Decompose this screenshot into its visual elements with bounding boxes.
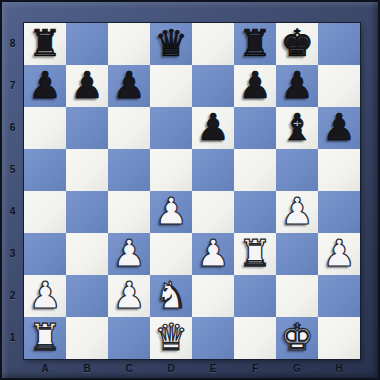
piece-black-pawn: ♟ [28, 65, 61, 107]
square-f7[interactable]: ♟ [234, 65, 276, 107]
piece-white-pawn: ♟ [112, 275, 145, 317]
piece-black-pawn: ♟ [196, 107, 229, 149]
square-d3[interactable] [150, 233, 192, 275]
square-g3[interactable] [276, 233, 318, 275]
square-g1[interactable]: ♚ [276, 317, 318, 359]
piece-black-queen: ♛ [154, 23, 187, 65]
square-a3[interactable] [24, 233, 66, 275]
square-f8[interactable]: ♜ [234, 23, 276, 65]
square-g6[interactable]: ♝ [276, 107, 318, 149]
square-e4[interactable] [192, 191, 234, 233]
square-d1[interactable]: ♛ [150, 317, 192, 359]
rank-label-3: 3 [2, 233, 23, 275]
chess-board: ♜♛♜♚♟♟♟♟♟♟♝♟♟♟♟♟♜♟♟♟♞♜♛♚ [24, 23, 360, 359]
square-b2[interactable] [66, 275, 108, 317]
square-d2[interactable]: ♞ [150, 275, 192, 317]
square-h2[interactable] [318, 275, 360, 317]
square-c2[interactable]: ♟ [108, 275, 150, 317]
rank-label-2: 2 [2, 275, 23, 317]
rank-label-1: 1 [2, 317, 23, 359]
square-a1[interactable]: ♜ [24, 317, 66, 359]
square-g4[interactable]: ♟ [276, 191, 318, 233]
square-d7[interactable] [150, 65, 192, 107]
square-d5[interactable] [150, 149, 192, 191]
square-a4[interactable] [24, 191, 66, 233]
piece-black-rook: ♜ [238, 23, 271, 65]
square-a7[interactable]: ♟ [24, 65, 66, 107]
rank-label-7: 7 [2, 65, 23, 107]
piece-black-pawn: ♟ [322, 107, 355, 149]
square-g7[interactable]: ♟ [276, 65, 318, 107]
piece-black-bishop: ♝ [280, 107, 313, 149]
rank-label-5: 5 [2, 149, 23, 191]
square-e5[interactable] [192, 149, 234, 191]
square-b8[interactable] [66, 23, 108, 65]
square-c5[interactable] [108, 149, 150, 191]
square-h8[interactable] [318, 23, 360, 65]
piece-white-rook: ♜ [28, 317, 61, 359]
board-frame: ♜♛♜♚♟♟♟♟♟♟♝♟♟♟♟♟♜♟♟♟♞♜♛♚ 87654321 ABCDEF… [0, 0, 380, 380]
file-label-c: C [108, 360, 150, 378]
piece-black-pawn: ♟ [70, 65, 103, 107]
piece-white-rook: ♜ [238, 233, 271, 275]
square-b6[interactable] [66, 107, 108, 149]
square-e6[interactable]: ♟ [192, 107, 234, 149]
square-f4[interactable] [234, 191, 276, 233]
square-c4[interactable] [108, 191, 150, 233]
square-b3[interactable] [66, 233, 108, 275]
piece-white-pawn: ♟ [280, 191, 313, 233]
square-f5[interactable] [234, 149, 276, 191]
file-label-b: B [66, 360, 108, 378]
square-a8[interactable]: ♜ [24, 23, 66, 65]
square-a6[interactable] [24, 107, 66, 149]
square-f1[interactable] [234, 317, 276, 359]
square-f6[interactable] [234, 107, 276, 149]
piece-white-pawn: ♟ [28, 275, 61, 317]
square-h3[interactable]: ♟ [318, 233, 360, 275]
square-b7[interactable]: ♟ [66, 65, 108, 107]
piece-white-king: ♚ [280, 317, 313, 359]
square-h5[interactable] [318, 149, 360, 191]
square-b1[interactable] [66, 317, 108, 359]
square-g2[interactable] [276, 275, 318, 317]
piece-black-king: ♚ [280, 23, 313, 65]
square-d8[interactable]: ♛ [150, 23, 192, 65]
square-g5[interactable] [276, 149, 318, 191]
square-a5[interactable] [24, 149, 66, 191]
piece-white-pawn: ♟ [196, 233, 229, 275]
piece-black-pawn: ♟ [280, 65, 313, 107]
piece-black-rook: ♜ [28, 23, 61, 65]
square-f2[interactable] [234, 275, 276, 317]
square-c1[interactable] [108, 317, 150, 359]
file-label-d: D [150, 360, 192, 378]
piece-white-queen: ♛ [154, 317, 187, 359]
square-h4[interactable] [318, 191, 360, 233]
square-f3[interactable]: ♜ [234, 233, 276, 275]
square-c8[interactable] [108, 23, 150, 65]
chess-position-screenshot: ♜♛♜♚♟♟♟♟♟♟♝♟♟♟♟♟♜♟♟♟♞♜♛♚ 87654321 ABCDEF… [0, 0, 380, 380]
square-e8[interactable] [192, 23, 234, 65]
square-h1[interactable] [318, 317, 360, 359]
file-label-a: A [24, 360, 66, 378]
square-c7[interactable]: ♟ [108, 65, 150, 107]
square-e2[interactable] [192, 275, 234, 317]
piece-white-knight: ♞ [154, 275, 187, 317]
file-label-h: H [318, 360, 360, 378]
rank-label-6: 6 [2, 107, 23, 149]
square-c3[interactable]: ♟ [108, 233, 150, 275]
file-label-g: G [276, 360, 318, 378]
square-h6[interactable]: ♟ [318, 107, 360, 149]
piece-white-pawn: ♟ [322, 233, 355, 275]
square-e3[interactable]: ♟ [192, 233, 234, 275]
rank-label-4: 4 [2, 191, 23, 233]
piece-black-pawn: ♟ [112, 65, 145, 107]
square-d6[interactable] [150, 107, 192, 149]
square-a2[interactable]: ♟ [24, 275, 66, 317]
square-d4[interactable]: ♟ [150, 191, 192, 233]
rank-label-8: 8 [2, 23, 23, 65]
piece-white-pawn: ♟ [154, 191, 187, 233]
piece-black-pawn: ♟ [238, 65, 271, 107]
square-b4[interactable] [66, 191, 108, 233]
file-label-e: E [192, 360, 234, 378]
piece-white-pawn: ♟ [112, 233, 145, 275]
square-b5[interactable] [66, 149, 108, 191]
square-e7[interactable] [192, 65, 234, 107]
square-g8[interactable]: ♚ [276, 23, 318, 65]
file-label-f: F [234, 360, 276, 378]
square-h7[interactable] [318, 65, 360, 107]
square-c6[interactable] [108, 107, 150, 149]
square-e1[interactable] [192, 317, 234, 359]
